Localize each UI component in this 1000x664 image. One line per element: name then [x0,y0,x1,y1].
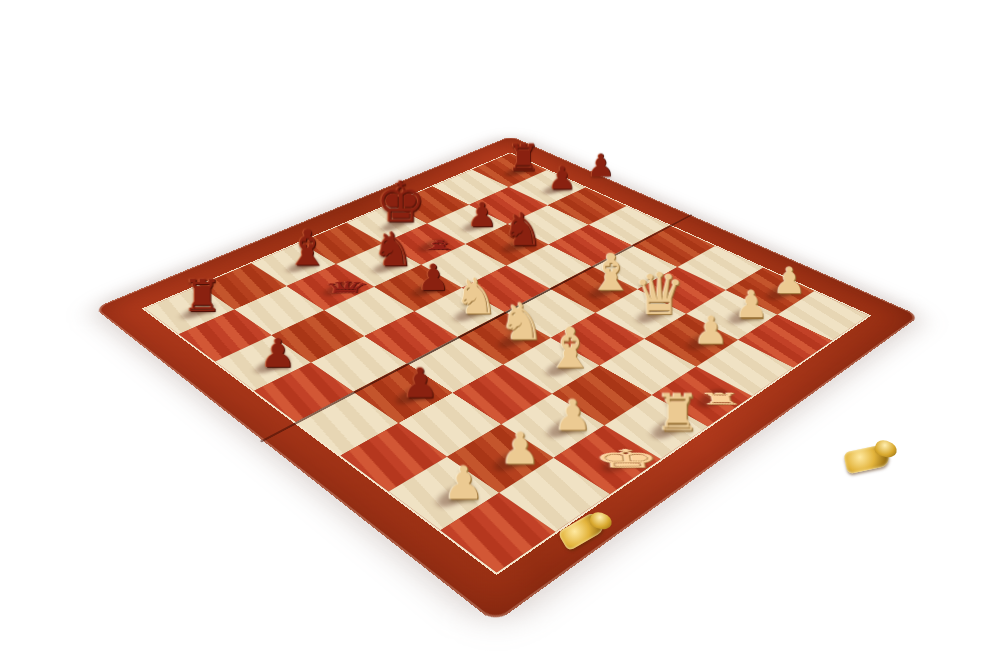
chess-board: ♜♝♚♜♛♞♝♟♟♟♟♞♞♟♞♝♝♛♟♟♟♟♟♟♚♜♜ [145,153,869,572]
captured-piece-red-pawn[interactable]: ♟ [587,150,615,181]
chess-piece-white-N-d5[interactable]: ♞ [454,272,498,322]
chess-piece-white-B-f4[interactable]: ♝ [588,247,634,298]
chess-piece-red-R-a8[interactable]: ♜ [183,274,223,318]
chess-piece-red-N-d7[interactable]: ♞ [372,226,414,273]
chess-piece-red-P-b4[interactable]: ♟ [402,363,439,404]
chess-piece-white-P-h2[interactable]: ♟ [773,263,806,299]
chess-piece-white-P-f2[interactable]: ♟ [694,311,729,350]
chess-piece-red-R-h8[interactable]: ♜ [507,140,540,177]
chess-piece-white-P-b2[interactable]: ♟ [501,426,541,470]
chess-piece-white-Q-f3[interactable]: ♛ [634,265,686,323]
chess-piece-red-P-h7[interactable]: ♟ [548,162,576,194]
chess-piece-white-P-a2[interactable]: ♟ [443,461,484,507]
brass-latch [845,448,889,470]
chess-piece-red-N-f6[interactable]: ♞ [502,207,543,252]
chess-piece-white-P-g2[interactable]: ♟ [735,286,769,324]
chess-piece-white-P-c2[interactable]: ♟ [554,395,592,438]
chess-piece-white-N-d4[interactable]: ♞ [499,297,545,348]
chess-piece-white-R-e1[interactable]: ♜ [698,391,746,407]
chess-piece-white-B-d3[interactable]: ♝ [545,320,595,376]
chess-piece-red-P-a6[interactable]: ♟ [260,333,296,373]
board-tilt-wrapper: ♜♝♚♜♛♞♝♟♟♟♟♞♞♟♞♝♝♛♟♟♟♟♟♟♚♜♜ ♟ [94,136,920,623]
brass-latch [560,520,604,542]
square-h8[interactable]: ♜ [472,153,547,187]
product-photo-canvas: { "game": "chess", "scene": { "caption":… [0,0,1000,664]
chess-piece-red-B-c8[interactable]: ♝ [285,223,329,272]
chess-piece-red-P-d6[interactable]: ♟ [417,260,450,296]
chess-piece-red-B-e7[interactable]: ♝ [417,239,461,252]
chess-piece-red-P-f7[interactable]: ♟ [467,198,497,231]
chess-piece-white-K-c1[interactable]: ♚ [593,446,662,472]
board-box: ♜♝♚♜♛♞♝♟♟♟♟♞♞♟♞♝♝♛♟♟♟♟♟♟♚♜♜ ♟ [94,136,920,623]
chess-piece-white-R-d1[interactable]: ♜ [655,388,701,439]
